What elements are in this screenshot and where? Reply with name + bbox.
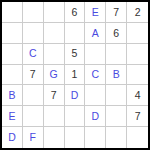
cell-r1c3[interactable]: [44, 2, 65, 23]
cell-r3c3[interactable]: [44, 44, 65, 65]
cell-r2c5[interactable]: A: [85, 23, 106, 44]
cell-r2c6[interactable]: 6: [106, 23, 127, 44]
cell-r2c4[interactable]: [65, 23, 86, 44]
cell-value: D: [92, 111, 100, 122]
cell-value: 5: [72, 48, 78, 59]
cell-r1c6[interactable]: 7: [106, 2, 127, 23]
cell-r7c1[interactable]: D: [2, 127, 23, 148]
cell-value: A: [92, 28, 99, 39]
cell-r5c5[interactable]: [85, 85, 106, 106]
cell-value: C: [29, 48, 37, 59]
cell-r4c6[interactable]: B: [106, 65, 127, 86]
cell-r5c6[interactable]: [106, 85, 127, 106]
cell-value: 7: [30, 69, 36, 80]
cell-value: C: [92, 69, 100, 80]
cell-r5c1[interactable]: B: [2, 85, 23, 106]
cell-r4c2[interactable]: 7: [23, 65, 44, 86]
cell-value: 2: [135, 7, 141, 18]
cell-r7c5[interactable]: [85, 127, 106, 148]
cell-value: 7: [51, 90, 57, 101]
cell-r7c6[interactable]: [106, 127, 127, 148]
cell-value: 6: [113, 28, 119, 39]
cell-r3c6[interactable]: [106, 44, 127, 65]
cell-r5c3[interactable]: 7: [44, 85, 65, 106]
cell-r6c4[interactable]: [65, 106, 86, 127]
cell-value: 1: [72, 69, 78, 80]
cell-r6c6[interactable]: [106, 106, 127, 127]
cell-r4c5[interactable]: C: [85, 65, 106, 86]
cell-value: B: [8, 90, 15, 101]
cell-r7c4[interactable]: [65, 127, 86, 148]
cell-r4c7[interactable]: [127, 65, 148, 86]
cell-r6c3[interactable]: [44, 106, 65, 127]
cell-r7c3[interactable]: [44, 127, 65, 148]
cell-r3c4[interactable]: 5: [65, 44, 86, 65]
cell-r3c5[interactable]: [85, 44, 106, 65]
cell-r6c5[interactable]: D: [85, 106, 106, 127]
cell-r7c2[interactable]: F: [23, 127, 44, 148]
cell-value: E: [8, 111, 15, 122]
cell-r4c1[interactable]: [2, 65, 23, 86]
puzzle-board: 6E72A6C57G1CBB7D4ED7DF: [0, 0, 150, 150]
cell-value: B: [113, 69, 120, 80]
cell-value: 7: [135, 111, 141, 122]
cell-r3c7[interactable]: [127, 44, 148, 65]
cell-r2c1[interactable]: [2, 23, 23, 44]
cell-value: E: [92, 7, 99, 18]
cell-r1c2[interactable]: [23, 2, 44, 23]
cell-r6c7[interactable]: 7: [127, 106, 148, 127]
cell-r2c7[interactable]: [127, 23, 148, 44]
cell-r2c3[interactable]: [44, 23, 65, 44]
cell-r5c2[interactable]: [23, 85, 44, 106]
cell-r1c1[interactable]: [2, 2, 23, 23]
cell-value: 7: [113, 7, 119, 18]
cell-value: F: [30, 132, 36, 143]
cell-r6c1[interactable]: E: [2, 106, 23, 127]
cell-r7c7[interactable]: [127, 127, 148, 148]
cell-r6c2[interactable]: [23, 106, 44, 127]
cell-value: D: [71, 90, 79, 101]
cell-r3c1[interactable]: [2, 44, 23, 65]
cell-value: 4: [135, 90, 141, 101]
cell-r1c7[interactable]: 2: [127, 2, 148, 23]
cell-r2c2[interactable]: [23, 23, 44, 44]
cell-r5c7[interactable]: 4: [127, 85, 148, 106]
cell-value: G: [50, 69, 58, 80]
cell-r5c4[interactable]: D: [65, 85, 86, 106]
cell-r3c2[interactable]: C: [23, 44, 44, 65]
cell-value: D: [8, 132, 16, 143]
cell-r4c3[interactable]: G: [44, 65, 65, 86]
cell-r1c5[interactable]: E: [85, 2, 106, 23]
cell-value: 6: [72, 7, 78, 18]
cell-r1c4[interactable]: 6: [65, 2, 86, 23]
cell-r4c4[interactable]: 1: [65, 65, 86, 86]
